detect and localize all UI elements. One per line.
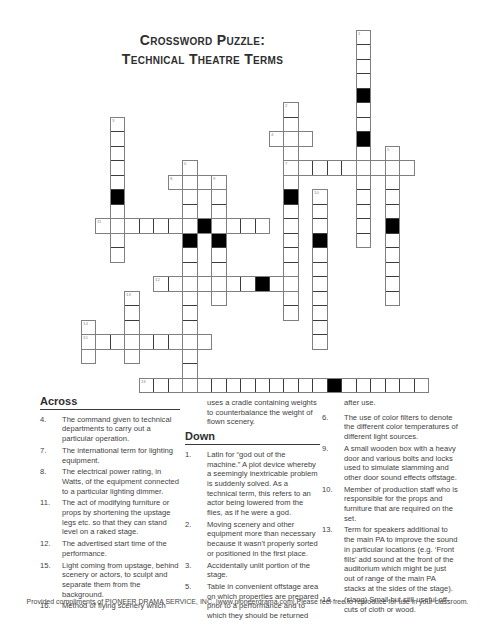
grid-cell[interactable] [312,204,327,219]
grid-cell[interactable] [110,175,125,190]
grid-cell-black [211,233,226,248]
grid-cell[interactable] [283,378,298,393]
grid-cell[interactable] [399,378,414,393]
clue-number: 2. [185,520,207,559]
grid-cell[interactable] [211,291,226,306]
cell-number: 9 [213,176,215,180]
grid-cell[interactable] [182,334,197,349]
grid-cell[interactable] [356,73,371,88]
grid-cell[interactable] [240,276,255,291]
grid-cell-black [312,233,327,248]
clue-item: 8.The electrical power rating, in Watts,… [40,467,180,496]
grid-cell[interactable] [211,262,226,277]
footer-credit: Provided compliments of PIONEER DRAMA SE… [0,598,495,605]
cell-number: 15 [83,335,88,339]
cell-number: 7 [285,161,287,165]
grid-cell[interactable] [182,378,197,393]
grid-cell[interactable] [182,175,197,190]
clue-item: 10.Member of production staff who is res… [322,485,458,524]
grid-cell[interactable] [341,160,356,175]
grid-cell[interactable] [370,378,385,393]
grid-cell[interactable] [168,334,183,349]
clue-item: 12.The advertised start time of the perf… [40,539,180,558]
clue-text: The advertised start time of the perform… [62,539,180,558]
grid-cell[interactable] [124,305,139,320]
grid-cell[interactable] [182,291,197,306]
grid-cell[interactable] [110,218,125,233]
grid-cell[interactable] [356,160,371,175]
grid-cell[interactable] [124,320,139,335]
grid-cell[interactable] [385,175,400,190]
grid-cell[interactable] [298,160,313,175]
grid-cell[interactable] [312,320,327,335]
grid-cell[interactable] [110,204,125,219]
grid-cell[interactable] [211,189,226,204]
grid-cell-black [182,233,197,248]
grid-cell[interactable] [211,204,226,219]
grid-cell[interactable] [283,262,298,277]
grid-cell[interactable] [168,276,183,291]
cell-number: 6 [184,161,186,165]
grid-cell[interactable] [197,175,212,190]
grid-cell[interactable] [356,102,371,117]
cell-number: 5 [387,147,389,151]
grid-cell[interactable] [356,218,371,233]
clue-item: 4.The command given to technical departm… [40,415,180,444]
grid-cell[interactable] [385,291,400,306]
grid-cell[interactable]: 15 [81,334,96,349]
grid-cell-black [385,218,400,233]
clue-number: 6. [322,413,344,442]
cell-number: 3 [112,118,114,122]
grid-cell[interactable] [341,378,356,393]
clue-text: The electrical power rating, in Watts, o… [62,467,180,496]
clue-number: 11. [40,498,62,537]
grid-cell[interactable] [298,378,313,393]
grid-cell-black [255,276,270,291]
clue-item: 15.Light coming from upstage, behind sce… [40,561,180,600]
grid-cell[interactable] [269,276,284,291]
grid-cell[interactable] [283,146,298,161]
grid-cell-black [110,189,125,204]
cell-number: 10 [314,190,319,194]
clue-number: 10. [322,485,344,524]
grid-cell[interactable]: 5 [385,146,400,161]
grid-cell[interactable] [226,378,241,393]
grid-cell[interactable] [182,204,197,219]
grid-cell[interactable] [197,334,212,349]
grid-cell[interactable] [182,305,197,320]
grid-cell[interactable] [81,349,96,364]
cell-number: 16 [141,379,146,383]
grid-cell[interactable] [124,218,139,233]
grid-cell[interactable] [283,218,298,233]
grid-cell-black [356,131,371,146]
clue-number: 13. [322,525,344,593]
grid-cell[interactable] [283,117,298,132]
grid-cell[interactable] [385,189,400,204]
clue-item: 11.The act of modifying furniture or pro… [40,498,180,537]
cell-number: 2 [285,103,287,107]
grid-cell-black [197,218,212,233]
clue-number: 7. [40,446,62,465]
grid-cell[interactable] [356,175,371,190]
grid-cell[interactable] [139,218,154,233]
grid-cell[interactable] [110,131,125,146]
grid-cell[interactable] [211,218,226,233]
cell-number: 11 [97,219,101,223]
grid-cell-black [356,88,371,103]
grid-cell[interactable] [110,146,125,161]
grid-cell[interactable] [298,131,313,146]
cell-number: 12 [155,277,160,281]
grid-cell[interactable]: 4 [269,131,284,146]
grid-cell[interactable] [211,378,226,393]
grid-cell[interactable] [385,247,400,262]
grid-cell[interactable] [399,160,414,175]
grid-cell[interactable] [255,218,270,233]
grid-cell[interactable] [414,378,429,393]
clue-item: 13.Term for speakers additional to the m… [322,525,458,593]
grid-cell[interactable] [226,218,241,233]
clue-continuation-text: uses a cradle containing weights to coun… [207,398,320,427]
grid-cell[interactable] [312,218,327,233]
grid-cell[interactable] [385,233,400,248]
grid-cell[interactable]: 11 [95,218,110,233]
grid-cell[interactable] [283,204,298,219]
grid-cell[interactable] [226,276,241,291]
clue-item: 2.Moving scenery and other equipment mor… [185,520,320,559]
cell-number: 4 [271,132,273,136]
clue-text: Accidentally unlit portion of the stage. [207,561,320,580]
grid-cell[interactable]: 13 [124,291,139,306]
grid-cell[interactable] [356,59,371,74]
grid-cell[interactable]: 12 [153,276,168,291]
grid-cell[interactable] [182,262,197,277]
grid-cell[interactable] [153,334,168,349]
grid-cell[interactable] [153,378,168,393]
clue-number: 4. [40,415,62,444]
grid-cell[interactable] [385,276,400,291]
cell-number: 8 [170,176,172,180]
grid-cell[interactable] [327,160,342,175]
clue-text: A small wooden box with a heavy door and… [344,444,458,483]
grid-cell[interactable] [356,233,371,248]
grid-cell[interactable] [182,320,197,335]
grid-cell[interactable] [211,247,226,262]
grid-cell[interactable] [385,160,400,175]
grid-cell[interactable] [312,262,327,277]
clue-text: The international term for lighting equi… [62,446,180,465]
grid-cell[interactable] [168,218,183,233]
cell-number: 14 [83,321,88,325]
grid-cell[interactable] [312,305,327,320]
grid-cell-black [283,189,298,204]
clue-number: 3. [185,561,207,580]
grid-cell[interactable] [197,276,212,291]
grid-cell[interactable] [356,117,371,132]
grid-cell[interactable] [283,305,298,320]
grid-cell[interactable] [385,204,400,219]
grid-cell[interactable]: 7 [283,160,298,175]
grid-cell-black [327,378,342,393]
grid-cell[interactable] [182,276,197,291]
clue-number: 15. [40,561,62,600]
clue-text: Latin for “god out of the machine.” A pl… [207,450,320,518]
grid-cell[interactable] [312,291,327,306]
grid-cell[interactable] [356,204,371,219]
grid-cell[interactable] [110,233,125,248]
grid-cell[interactable] [124,349,139,364]
grid-cell[interactable] [283,233,298,248]
grid-cell[interactable] [182,247,197,262]
grid-cell[interactable] [240,218,255,233]
clue-continuation-text: after use. [344,398,458,408]
cell-number: 1 [358,31,360,35]
grid-cell[interactable] [312,247,327,262]
grid-cell[interactable] [283,131,298,146]
grid-cell[interactable]: 8 [168,175,183,190]
grid-cell[interactable] [182,363,197,378]
grid-cell[interactable] [240,378,255,393]
clue-text: The command given to technical departmen… [62,415,180,444]
down-header: Down [185,432,320,445]
grid-cell[interactable] [370,160,385,175]
grid-cell[interactable] [283,276,298,291]
clue-text: The use of color filters to denote the d… [344,413,458,442]
grid-cell[interactable] [356,189,371,204]
grid-cell[interactable] [182,218,197,233]
grid-cell[interactable] [110,247,125,262]
grid-cell[interactable] [95,334,110,349]
clue-item: 3.Accidentally unlit portion of the stag… [185,561,320,580]
clue-text: Member of production staff who is respon… [344,485,458,524]
clue-item: 1.Latin for “god out of the machine.” A … [185,450,320,518]
grid-cell[interactable] [356,146,371,161]
grid-cell[interactable]: 16 [139,378,154,393]
grid-cell[interactable] [385,378,400,393]
grid-cell[interactable] [168,378,183,393]
grid-cell[interactable] [312,160,327,175]
grid-cell[interactable] [110,334,125,349]
grid-cell[interactable] [139,334,154,349]
grid-cell[interactable]: 6 [182,160,197,175]
across-header: Across [40,397,180,410]
grid-cell[interactable] [110,160,125,175]
grid-cell[interactable] [283,175,298,190]
grid-cell[interactable] [312,276,327,291]
grid-cell[interactable]: 1 [356,30,371,45]
grid-cell[interactable] [182,189,197,204]
grid-cell[interactable]: 14 [81,320,96,335]
worksheet-page: Crossword Puzzle: Technical Theatre Term… [0,0,495,640]
grid-cell[interactable] [211,276,226,291]
grid-cell[interactable]: 10 [312,189,327,204]
clue-item: 6.The use of color filters to denote the… [322,413,458,442]
grid-cell[interactable] [255,378,270,393]
grid-cell[interactable] [356,378,371,393]
down-clues-column-2: after use.6.The use of color filters to … [322,398,458,617]
grid-cell[interactable] [283,247,298,262]
clue-item: 7.The international term for lighting eq… [40,446,180,465]
clue-number: 8. [40,467,62,496]
grid-cell[interactable] [197,378,212,393]
clue-item: 9.A small wooden box with a heavy door a… [322,444,458,483]
clue-number: 1. [185,450,207,518]
crossword-grid: 12345678910111213141516 [81,30,430,394]
clue-text: The act of modifying furniture or props … [62,498,180,537]
grid-cell[interactable] [269,378,284,393]
grid-cell[interactable] [312,378,327,393]
clue-number: 12. [40,539,62,558]
grid-cell[interactable]: 3 [110,117,125,132]
grid-cell[interactable]: 9 [211,175,226,190]
grid-cell[interactable] [153,218,168,233]
grid-cell[interactable] [385,262,400,277]
grid-cell[interactable]: 2 [283,102,298,117]
grid-cell[interactable] [356,44,371,59]
cell-number: 13 [126,292,131,296]
across-clues-column: Across4.The command given to technical d… [40,397,180,613]
clue-text: Moving scenery and other equipment more … [207,520,320,559]
grid-cell[interactable] [124,334,139,349]
grid-cell[interactable] [283,291,298,306]
clue-text: Term for speakers additional to the main… [344,525,458,593]
grid-cell[interactable] [312,334,327,349]
clue-number: 9. [322,444,344,483]
clue-text: Light coming from upstage, behind scener… [62,561,180,600]
down-clues-column: uses a cradle containing weights to coun… [185,398,320,623]
grid-cell[interactable] [182,349,197,364]
